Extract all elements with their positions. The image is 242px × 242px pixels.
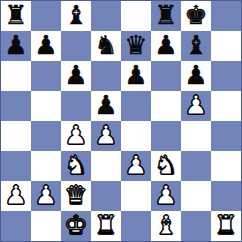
square-f4[interactable] (151, 121, 181, 151)
square-a3[interactable] (1, 151, 31, 181)
square-d3[interactable] (91, 151, 121, 181)
square-h6[interactable] (211, 61, 241, 91)
square-d5[interactable]: ♟ (91, 91, 121, 121)
white-queen-icon: ♛ (64, 182, 87, 208)
square-h8[interactable] (211, 1, 241, 31)
square-a4[interactable] (1, 121, 31, 151)
square-d8[interactable] (91, 1, 121, 31)
white-knight-icon: ♞ (64, 152, 87, 178)
white-pawn-icon: ♟ (64, 122, 87, 148)
square-e1[interactable] (121, 211, 151, 241)
square-a5[interactable] (1, 91, 31, 121)
white-rook-icon: ♜ (214, 212, 237, 238)
black-pawn-icon: ♟ (184, 62, 207, 88)
chess-board: ♜♝♜♚♟♟♞♛♟♝♟♟♟♟♟♟♟♞♟♞♟♟♛♟♚♜♝♜ (0, 0, 242, 242)
square-b8[interactable] (31, 1, 61, 31)
white-pawn-icon: ♟ (94, 122, 117, 148)
square-g8[interactable]: ♚ (181, 1, 211, 31)
black-bishop-icon: ♝ (64, 2, 87, 28)
square-f6[interactable] (151, 61, 181, 91)
white-king-icon: ♚ (64, 212, 87, 238)
square-d4[interactable]: ♟ (91, 121, 121, 151)
square-f1[interactable]: ♝ (151, 211, 181, 241)
white-rook-icon: ♜ (94, 212, 117, 238)
black-rook-icon: ♜ (154, 2, 177, 28)
square-f7[interactable]: ♟ (151, 31, 181, 61)
square-b5[interactable] (31, 91, 61, 121)
square-f8[interactable]: ♜ (151, 1, 181, 31)
square-d6[interactable] (91, 61, 121, 91)
square-b7[interactable]: ♟ (31, 31, 61, 61)
black-king-icon: ♚ (184, 2, 207, 28)
square-e3[interactable]: ♟ (121, 151, 151, 181)
square-b3[interactable] (31, 151, 61, 181)
square-a6[interactable] (1, 61, 31, 91)
square-c8[interactable]: ♝ (61, 1, 91, 31)
square-h3[interactable] (211, 151, 241, 181)
square-g4[interactable] (181, 121, 211, 151)
square-c1[interactable]: ♚ (61, 211, 91, 241)
white-pawn-icon: ♟ (34, 182, 57, 208)
square-e7[interactable]: ♛ (121, 31, 151, 61)
square-c4[interactable]: ♟ (61, 121, 91, 151)
white-pawn-icon: ♟ (4, 182, 27, 208)
white-knight-icon: ♞ (154, 152, 177, 178)
black-pawn-icon: ♟ (124, 62, 147, 88)
square-d2[interactable] (91, 181, 121, 211)
square-c2[interactable]: ♛ (61, 181, 91, 211)
square-g6[interactable]: ♟ (181, 61, 211, 91)
square-g5[interactable]: ♟ (181, 91, 211, 121)
black-queen-icon: ♛ (124, 32, 147, 58)
square-e8[interactable] (121, 1, 151, 31)
square-e4[interactable] (121, 121, 151, 151)
square-h4[interactable] (211, 121, 241, 151)
square-g7[interactable]: ♝ (181, 31, 211, 61)
square-h7[interactable] (211, 31, 241, 61)
square-a1[interactable] (1, 211, 31, 241)
square-g2[interactable] (181, 181, 211, 211)
square-e2[interactable] (121, 181, 151, 211)
square-b2[interactable]: ♟ (31, 181, 61, 211)
black-bishop-icon: ♝ (184, 32, 207, 58)
square-f3[interactable]: ♞ (151, 151, 181, 181)
square-g1[interactable] (181, 211, 211, 241)
black-pawn-icon: ♟ (4, 32, 27, 58)
square-c5[interactable] (61, 91, 91, 121)
square-h1[interactable]: ♜ (211, 211, 241, 241)
square-c7[interactable] (61, 31, 91, 61)
white-pawn-icon: ♟ (154, 182, 177, 208)
square-b4[interactable] (31, 121, 61, 151)
square-a7[interactable]: ♟ (1, 31, 31, 61)
square-h2[interactable] (211, 181, 241, 211)
square-a8[interactable]: ♜ (1, 1, 31, 31)
square-e6[interactable]: ♟ (121, 61, 151, 91)
black-pawn-icon: ♟ (64, 62, 87, 88)
square-c6[interactable]: ♟ (61, 61, 91, 91)
black-pawn-icon: ♟ (34, 32, 57, 58)
square-b6[interactable] (31, 61, 61, 91)
black-pawn-icon: ♟ (154, 32, 177, 58)
white-pawn-icon: ♟ (124, 152, 147, 178)
white-bishop-icon: ♝ (154, 212, 177, 238)
square-g3[interactable] (181, 151, 211, 181)
square-f5[interactable] (151, 91, 181, 121)
square-e5[interactable] (121, 91, 151, 121)
white-pawn-icon: ♟ (184, 92, 207, 118)
black-rook-icon: ♜ (4, 2, 27, 28)
black-knight-icon: ♞ (94, 32, 117, 58)
square-b1[interactable] (31, 211, 61, 241)
square-a2[interactable]: ♟ (1, 181, 31, 211)
square-d7[interactable]: ♞ (91, 31, 121, 61)
square-d1[interactable]: ♜ (91, 211, 121, 241)
square-f2[interactable]: ♟ (151, 181, 181, 211)
black-pawn-icon: ♟ (94, 92, 117, 118)
square-h5[interactable] (211, 91, 241, 121)
square-c3[interactable]: ♞ (61, 151, 91, 181)
